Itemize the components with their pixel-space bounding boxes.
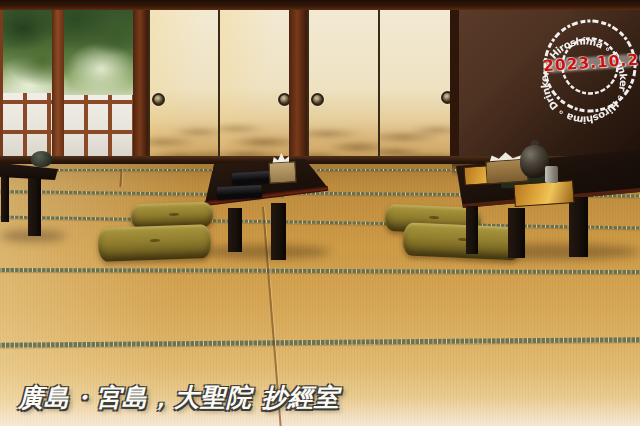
window-light-wash [220,9,291,161]
table-leg [1,176,9,222]
gold-placemat [513,180,574,207]
corner-post [450,4,459,166]
table-leg [466,206,478,254]
fusuma-handle-icon [152,93,165,106]
black-tray [217,185,263,200]
wood-pillar-center [289,7,307,164]
frosted-pane-right [64,95,133,160]
window-stile [52,4,64,160]
wood-pillar-left [133,2,148,164]
fusuma-handle-icon [311,93,324,106]
metal-cup [545,166,558,183]
fusuma-panel-4 [378,9,455,161]
window-foliage [3,5,134,97]
zabuton-cushion [97,224,211,262]
garden-window [0,0,137,166]
teapot [31,151,52,167]
photo-caption: 廣島・宮島，大聖院 抄經室 [18,381,358,414]
frosted-pane-left [3,93,52,160]
black-tray [232,171,271,185]
fusuma-panel-1 [148,9,221,161]
zabuton-cushion [402,222,522,260]
fusuma-panel-3 [307,9,381,161]
tissue-box [268,161,296,183]
table-leg [271,203,286,260]
photo-tatami-room: Hiroshima ∘ Drinker ∘ Hiroshima ∘ Drinke… [0,0,640,426]
fusuma-smudge [378,9,455,161]
fusuma-panel-2 [218,9,292,161]
table-shadow [200,245,330,259]
table-leg [228,208,242,252]
stamp-ring-text: Hiroshima ∘ Drinker ∘ Hiroshima ∘ Drinke… [532,28,637,133]
fusuma-smudge [307,9,381,161]
table-leg [569,197,588,257]
table-leg [508,208,525,258]
window-light-wash [150,9,220,161]
table-leg [28,178,41,236]
